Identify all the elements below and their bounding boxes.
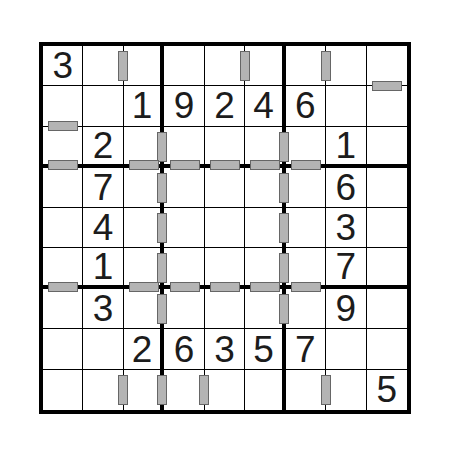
consecutive-marker xyxy=(372,81,402,91)
consecutive-marker xyxy=(157,294,167,324)
cell-r9c1[interactable] xyxy=(43,370,83,410)
consecutive-marker xyxy=(210,282,240,292)
cell-r4c2: 7 xyxy=(83,168,123,208)
consecutive-marker xyxy=(129,160,159,170)
cell-r1c6[interactable] xyxy=(245,46,285,86)
consecutive-marker xyxy=(48,282,78,292)
cell-r1c4[interactable] xyxy=(164,46,204,86)
consecutive-marker xyxy=(321,375,331,405)
consecutive-marker xyxy=(157,213,167,243)
cell-r9c6[interactable] xyxy=(245,370,285,410)
consecutive-marker xyxy=(48,121,78,131)
consecutive-marker xyxy=(250,160,280,170)
consecutive-marker xyxy=(321,51,331,81)
cell-r5c2: 4 xyxy=(83,208,123,248)
cell-r4c1[interactable] xyxy=(43,168,83,208)
cell-r9c5[interactable] xyxy=(205,370,245,410)
consecutive-marker xyxy=(199,375,209,405)
consecutive-marker xyxy=(279,173,289,203)
cell-r4c5[interactable] xyxy=(205,168,245,208)
cell-r5c9[interactable] xyxy=(367,208,407,248)
cell-r5c4[interactable] xyxy=(164,208,204,248)
cell-r2c3: 1 xyxy=(124,86,164,126)
consecutive-marker xyxy=(118,375,128,405)
cell-r8c3: 2 xyxy=(124,329,164,369)
cell-r9c8[interactable] xyxy=(326,370,366,410)
cell-r7c4[interactable] xyxy=(164,289,204,329)
cell-r9c9: 5 xyxy=(367,370,407,410)
consecutive-marker xyxy=(250,282,280,292)
cell-r8c8[interactable] xyxy=(326,329,366,369)
cell-r7c1[interactable] xyxy=(43,289,83,329)
consecutive-marker xyxy=(48,160,78,170)
consecutive-marker xyxy=(279,213,289,243)
consecutive-marker xyxy=(291,160,321,170)
cell-r1c3[interactable] xyxy=(124,46,164,86)
consecutive-marker xyxy=(210,160,240,170)
cell-r5c8: 3 xyxy=(326,208,366,248)
consecutive-marker xyxy=(157,253,167,283)
consecutive-marker xyxy=(240,51,250,81)
sudoku-board: 3192462176431739263575 xyxy=(39,42,411,414)
cell-r5c5[interactable] xyxy=(205,208,245,248)
consecutive-marker xyxy=(279,294,289,324)
cell-r5c7[interactable] xyxy=(286,208,326,248)
cell-r8c7: 7 xyxy=(286,329,326,369)
cell-r4c9[interactable] xyxy=(367,168,407,208)
cell-r4c4[interactable] xyxy=(164,168,204,208)
cell-r8c1[interactable] xyxy=(43,329,83,369)
cell-r6c9[interactable] xyxy=(367,248,407,289)
cell-r7c9[interactable] xyxy=(367,289,407,329)
cell-r8c4: 6 xyxy=(164,329,204,369)
cell-r7c7[interactable] xyxy=(286,289,326,329)
consecutive-marker xyxy=(157,375,167,405)
cell-r4c8: 6 xyxy=(326,168,366,208)
cell-r3c9[interactable] xyxy=(367,127,407,168)
consecutive-marker xyxy=(279,132,289,162)
cell-r5c1[interactable] xyxy=(43,208,83,248)
consecutive-marker xyxy=(118,51,128,81)
cell-r8c6: 5 xyxy=(245,329,285,369)
cell-r2c9[interactable] xyxy=(367,86,407,126)
cell-r2c6: 4 xyxy=(245,86,285,126)
consecutive-marker xyxy=(129,282,159,292)
cell-r1c1: 3 xyxy=(43,46,83,86)
cell-r8c5: 3 xyxy=(205,329,245,369)
consecutive-marker xyxy=(157,132,167,162)
cell-r7c5[interactable] xyxy=(205,289,245,329)
cell-r8c9[interactable] xyxy=(367,329,407,369)
cell-r2c8[interactable] xyxy=(326,86,366,126)
cell-r2c2[interactable] xyxy=(83,86,123,126)
cell-r2c7: 6 xyxy=(286,86,326,126)
cell-r3c2: 2 xyxy=(83,127,123,168)
consecutive-marker xyxy=(170,282,200,292)
cell-r7c2: 3 xyxy=(83,289,123,329)
cell-r8c2[interactable] xyxy=(83,329,123,369)
consecutive-marker xyxy=(291,282,321,292)
cell-r6c8: 7 xyxy=(326,248,366,289)
cell-r6c2: 1 xyxy=(83,248,123,289)
consecutive-marker xyxy=(170,160,200,170)
consecutive-marker xyxy=(279,253,289,283)
cell-r2c4: 9 xyxy=(164,86,204,126)
consecutive-marker xyxy=(157,173,167,203)
cell-r4c7[interactable] xyxy=(286,168,326,208)
cell-r7c8: 9 xyxy=(326,289,366,329)
cell-r1c8[interactable] xyxy=(326,46,366,86)
cell-r3c8: 1 xyxy=(326,127,366,168)
cell-r2c5: 2 xyxy=(205,86,245,126)
